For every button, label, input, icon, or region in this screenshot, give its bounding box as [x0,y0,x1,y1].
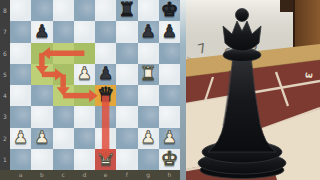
square-c5[interactable] [53,64,74,85]
square-c8[interactable] [53,0,74,21]
square-f4[interactable] [116,85,137,106]
square-c7[interactable] [53,21,74,42]
square-c3[interactable] [53,106,74,127]
square-g4[interactable] [138,85,159,106]
square-b6[interactable] [31,43,52,64]
square-b2[interactable]: ♟ [31,128,52,149]
square-d2[interactable] [74,128,95,149]
square-c6[interactable] [53,43,74,64]
rank-label-1: 1 [0,149,10,170]
square-f5[interactable] [116,64,137,85]
square-h3[interactable] [159,106,180,127]
square-f7[interactable] [116,21,137,42]
rank-label-2: 2 [0,128,10,149]
square-f6[interactable] [116,43,137,64]
square-b5[interactable] [31,64,52,85]
piece-white-pawn-d5: ♟ [77,65,92,82]
square-d8[interactable] [74,0,95,21]
square-a3[interactable] [10,106,31,127]
square-g3[interactable] [138,106,159,127]
square-a7[interactable] [10,21,31,42]
piece-black-king-h8: ♚ [161,0,178,20]
square-e7[interactable] [95,21,116,42]
square-b1[interactable] [31,149,52,170]
square-b3[interactable] [31,106,52,127]
piece-white-pawn-g2: ♟ [141,129,156,146]
chess-board: 87654321 ♜♚♟♟♟♟♟♜♛♟♟♟♟♛♚ abcdefgh [0,0,180,180]
square-a2[interactable]: ♟ [10,128,31,149]
square-b7[interactable]: ♟ [31,21,52,42]
square-a8[interactable] [10,0,31,21]
piece-white-king-h1: ♚ [161,149,178,169]
square-d5[interactable]: ♟ [74,64,95,85]
square-h5[interactable] [159,64,180,85]
square-c4[interactable] [53,85,74,106]
piece-black-pawn-e5: ♟ [98,65,113,82]
square-d4[interactable] [74,85,95,106]
square-h4[interactable] [159,85,180,106]
file-label-a: a [10,170,31,180]
board-squares: ♜♚♟♟♟♟♟♜♛♟♟♟♟♛♚ [10,0,180,170]
piece-white-pawn-b2: ♟ [34,129,49,146]
file-label-g: g [138,170,159,180]
photo-panel: 7 6 5 4 3 [180,0,320,180]
square-e2[interactable] [95,128,116,149]
square-e4[interactable]: ♛ [95,85,116,106]
square-h1[interactable]: ♚ [159,149,180,170]
rank-label-8: 8 [0,0,10,21]
square-h6[interactable] [159,43,180,64]
square-a1[interactable] [10,149,31,170]
rank-label-3: 3 [0,106,10,127]
file-label-h: h [159,170,180,180]
photo-board-number-3: 3 [303,72,314,79]
square-c1[interactable] [53,149,74,170]
piece-black-pawn-g7: ♟ [141,23,156,40]
piece-white-queen-e1: ♛ [97,149,114,169]
piece-white-pawn-h2: ♟ [162,129,177,146]
square-a6[interactable] [10,43,31,64]
square-g8[interactable] [138,0,159,21]
square-f8[interactable]: ♜ [116,0,137,21]
file-label-c: c [53,170,74,180]
file-label-d: d [74,170,95,180]
piece-black-queen-e4: ♛ [97,85,114,105]
square-g6[interactable] [138,43,159,64]
square-d3[interactable] [74,106,95,127]
square-e3[interactable] [95,106,116,127]
square-d7[interactable] [74,21,95,42]
square-f2[interactable] [116,128,137,149]
photo-left-edge [180,0,186,180]
square-h8[interactable]: ♚ [159,0,180,21]
square-e1[interactable]: ♛ [95,149,116,170]
piece-black-rook-f8: ♜ [118,0,135,20]
square-d6[interactable] [74,43,95,64]
square-g7[interactable]: ♟ [138,21,159,42]
file-label-e: e [95,170,116,180]
square-a4[interactable] [10,85,31,106]
screenshot: 87654321 ♜♚♟♟♟♟♟♜♛♟♟♟♟♛♚ abcdefgh [0,0,320,180]
square-g1[interactable] [138,149,159,170]
file-labels: abcdefgh [0,170,180,180]
rank-label-4: 4 [0,85,10,106]
rank-labels: 87654321 [0,0,10,170]
piece-black-pawn-b7: ♟ [34,23,49,40]
square-f1[interactable] [116,149,137,170]
square-h7[interactable]: ♟ [159,21,180,42]
square-a5[interactable] [10,64,31,85]
square-g2[interactable]: ♟ [138,128,159,149]
square-c2[interactable] [53,128,74,149]
square-d1[interactable] [74,149,95,170]
rank-label-6: 6 [0,43,10,64]
file-label-f: f [116,170,137,180]
square-e8[interactable] [95,0,116,21]
piece-white-pawn-a2: ♟ [13,129,28,146]
rank-label-5: 5 [0,64,10,85]
square-f3[interactable] [116,106,137,127]
square-e6[interactable] [95,43,116,64]
piece-white-rook-g5: ♜ [139,64,156,84]
square-h2[interactable]: ♟ [159,128,180,149]
square-g5[interactable]: ♜ [138,64,159,85]
rank-label-7: 7 [0,21,10,42]
piece-black-pawn-h7: ♟ [162,23,177,40]
square-b8[interactable] [31,0,52,21]
file-label-b: b [31,170,52,180]
square-e5[interactable]: ♟ [95,64,116,85]
square-b4[interactable] [31,85,52,106]
